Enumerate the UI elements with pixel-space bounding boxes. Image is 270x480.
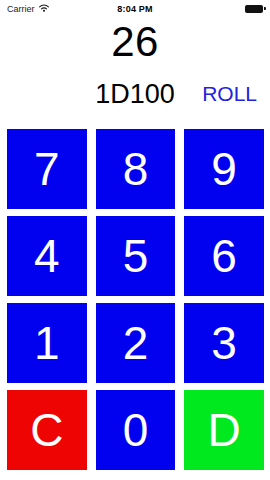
status-bar: Carrier 8:04 PM: [0, 0, 270, 17]
key-0[interactable]: 0: [96, 390, 176, 470]
dice-roller-screen: Carrier 8:04 PM 26 1D100 ROLL 7 8 9 4 5 …: [0, 0, 270, 480]
status-right: [245, 5, 263, 13]
key-6[interactable]: 6: [184, 216, 264, 296]
key-7[interactable]: 7: [7, 129, 87, 209]
key-2[interactable]: 2: [96, 303, 176, 383]
battery-icon: [245, 5, 263, 13]
roll-button[interactable]: ROLL: [202, 80, 257, 108]
key-9[interactable]: 9: [184, 129, 264, 209]
result-display: 26: [0, 21, 270, 63]
key-1[interactable]: 1: [7, 303, 87, 383]
keypad-grid: 7 8 9 4 5 6 1 2 3 C 0 D: [7, 129, 264, 470]
key-8[interactable]: 8: [96, 129, 176, 209]
status-time: 8:04 PM: [0, 4, 270, 14]
key-clear[interactable]: C: [7, 390, 87, 470]
key-4[interactable]: 4: [7, 216, 87, 296]
key-3[interactable]: 3: [184, 303, 264, 383]
key-5[interactable]: 5: [96, 216, 176, 296]
formula-row: 1D100 ROLL: [0, 80, 270, 108]
key-d[interactable]: D: [184, 390, 264, 470]
